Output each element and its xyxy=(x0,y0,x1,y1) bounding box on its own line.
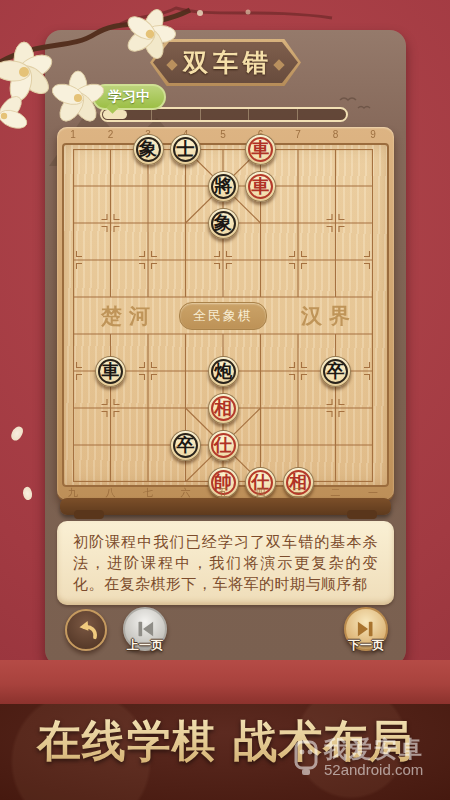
back-arrow-icon xyxy=(73,617,99,643)
lesson-text-panel: 初阶课程中我们已经学习了双车错的基本杀法，进阶课程中，我们将演示更复杂的变化。在… xyxy=(57,521,394,605)
piece-red-chariot[interactable]: 車 xyxy=(245,171,276,202)
title-plaque: 双车错 xyxy=(150,39,301,86)
back-button[interactable] xyxy=(65,609,107,651)
piece-red-advisor[interactable]: 仕 xyxy=(208,430,239,461)
piece-black-elephant[interactable]: 象 xyxy=(133,134,164,165)
piece-black-chariot[interactable]: 車 xyxy=(95,356,126,387)
progress-fill xyxy=(103,110,127,119)
previous-page-label: 上一页 xyxy=(115,637,175,654)
piece-red-chariot[interactable]: 車 xyxy=(245,134,276,165)
progress-divider xyxy=(248,109,249,120)
piece-black-soldier[interactable]: 卒 xyxy=(170,430,201,461)
watermark: 我爱安卓 52android.com xyxy=(294,736,424,778)
piece-black-cannon[interactable]: 炮 xyxy=(208,356,239,387)
watermark-brand: 我爱安卓 xyxy=(324,736,424,762)
piece-black-elephant[interactable]: 象 xyxy=(208,208,239,239)
screen: 双车错 学习中 123456789 楚河 全民象棋 汉界 象士車將車象車炮卒相卒… xyxy=(0,0,450,800)
piece-black-soldier[interactable]: 卒 xyxy=(320,356,351,387)
piece-layer: 象士車將車象車炮卒相卒仕帥仕相 xyxy=(54,131,392,501)
diamond-ornament-left xyxy=(166,59,177,70)
piece-black-general[interactable]: 將 xyxy=(208,171,239,202)
page-title: 双车错 xyxy=(178,46,273,79)
piece-black-advisor[interactable]: 士 xyxy=(170,134,201,165)
board-frame: 123456789 楚河 全民象棋 汉界 象士車將車象車炮卒相卒仕帥仕相 九八七… xyxy=(57,127,394,500)
progress-divider xyxy=(200,109,201,120)
falling-petal xyxy=(21,486,34,501)
status-badge: 学习中 xyxy=(92,84,166,110)
progress-divider xyxy=(297,109,298,120)
falling-petal xyxy=(9,425,24,443)
table-edge-band xyxy=(0,660,450,704)
diamond-ornament-right xyxy=(273,59,284,70)
next-page-label: 下一页 xyxy=(336,637,396,654)
piece-red-elephant[interactable]: 相 xyxy=(208,393,239,424)
title-plaque-inner: 双车错 xyxy=(153,42,298,83)
progress-divider xyxy=(151,109,152,120)
watermark-domain: 52android.com xyxy=(324,762,424,778)
watermark-logo-icon xyxy=(294,736,318,776)
lesson-text: 初阶课程中我们已经学习了双车错的基本杀法，进阶课程中，我们将演示更复杂的变化。在… xyxy=(73,531,378,594)
board-base-slab xyxy=(60,498,391,515)
xiangqi-board[interactable]: 楚河 全民象棋 汉界 象士車將車象車炮卒相卒仕帥仕相 xyxy=(62,143,389,487)
